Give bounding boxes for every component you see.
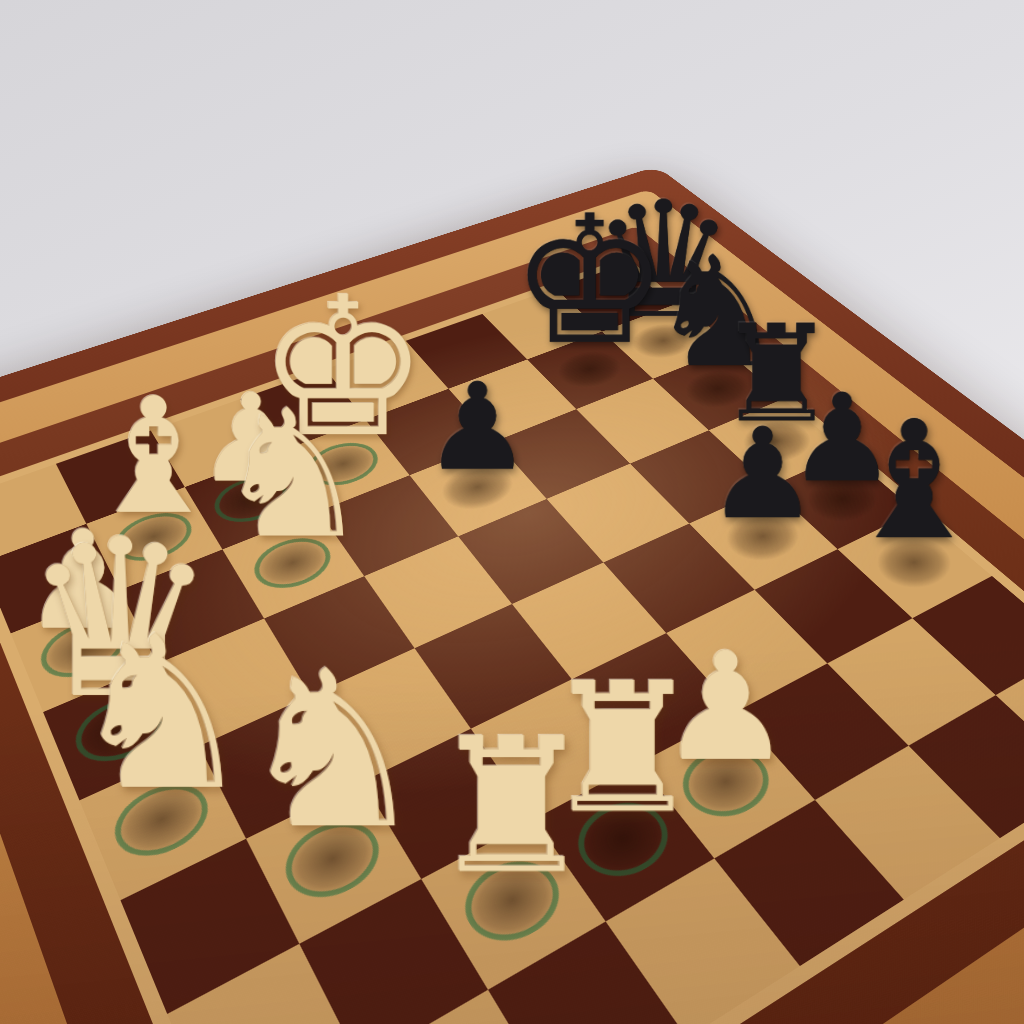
black-bishop-glyph: ♝	[788, 400, 1024, 563]
white-rook-glyph: ♜	[353, 714, 671, 900]
photo-scene: ♛♚♞♜♚♟♟♟♟♝♝♞♟♛♟♞♜♞♜	[0, 0, 1024, 1024]
chess-board: ♛♚♞♜♚♟♟♟♟♝♝♞♟♛♟♞♜♞♜	[0, 166, 1024, 1024]
